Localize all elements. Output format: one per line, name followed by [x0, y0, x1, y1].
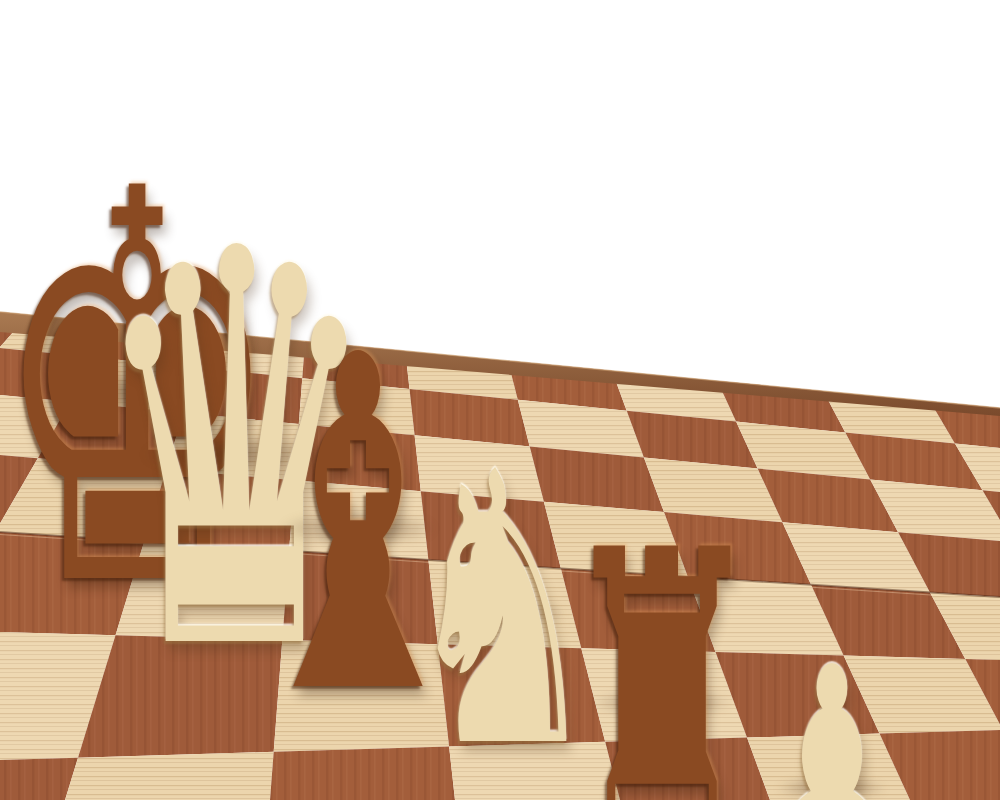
square-e4 — [428, 560, 581, 649]
square-b2-grain-tint — [0, 758, 78, 800]
square-e2-grain-tint — [449, 742, 633, 800]
board-squares — [0, 307, 1000, 800]
square-d6-grain-tint — [295, 424, 421, 491]
square-c5-grain-tint — [144, 469, 294, 551]
chess-product-photo: ♚♛♝♞♜♟ — [0, 0, 1000, 800]
square-d5-grain-tint — [289, 480, 428, 560]
square-e5-grain-tint — [421, 491, 561, 568]
square-d2-grain-tint — [263, 747, 463, 800]
chessboard — [0, 0, 1000, 800]
square-e3-grain-tint — [438, 644, 605, 746]
square-c6 — [166, 413, 298, 481]
square-d4-grain-tint — [282, 551, 438, 645]
square-d3 — [274, 640, 449, 752]
square-c4-grain-tint — [116, 541, 290, 640]
